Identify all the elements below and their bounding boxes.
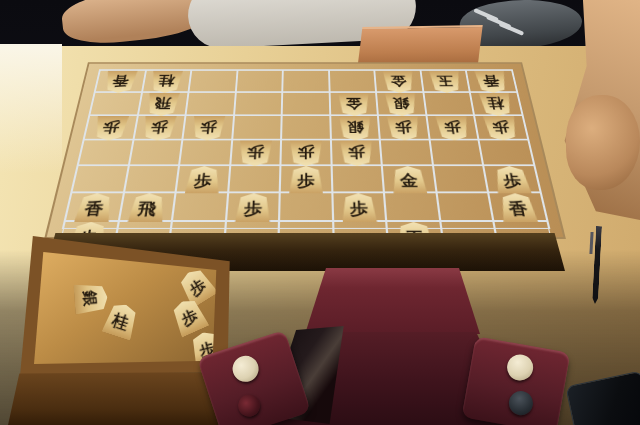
shogi-piece: 銀 <box>385 93 418 116</box>
shogi-piece: 金 <box>383 71 415 93</box>
shogi-piece: 歩 <box>341 193 377 222</box>
shogi-piece: 歩 <box>435 116 470 140</box>
sunlight-patch <box>0 44 62 174</box>
shogi-piece: 香 <box>103 71 138 93</box>
shogi-piece: 歩 <box>289 166 323 193</box>
captured-piece: 桂 <box>102 300 141 341</box>
board-square: 歩 <box>331 140 382 166</box>
shogi-piece: 香 <box>498 193 538 222</box>
board-square: 歩 <box>426 115 479 139</box>
board-square <box>78 140 133 166</box>
board-square <box>329 70 377 92</box>
board-square: 歩 <box>182 115 233 139</box>
board-square <box>282 70 329 92</box>
shogi-piece: 歩 <box>483 116 520 140</box>
board-square: 飛 <box>118 192 175 221</box>
komadai-tray-floor: 歩歩歩桂銀 <box>34 252 220 364</box>
board-square: 玉 <box>420 70 470 92</box>
board-square <box>236 70 283 92</box>
board-square: 香 <box>466 70 517 92</box>
shogi-piece: 玉 <box>429 71 462 93</box>
board-square: 飛 <box>137 92 188 115</box>
board-square: 歩 <box>84 115 138 139</box>
shogi-piece: 桂 <box>479 93 515 116</box>
shogi-board: 香桂金玉香飛金銀桂歩歩歩銀歩歩歩歩歩歩歩歩金歩香飛歩歩香歩玉 <box>70 40 540 245</box>
board-square: 香 <box>65 192 124 221</box>
board-square <box>429 140 483 166</box>
shogi-piece: 歩 <box>493 166 532 193</box>
clock-right-button-pod <box>462 336 571 425</box>
shogi-piece: 歩 <box>387 116 421 140</box>
board-square: 桂 <box>470 92 522 115</box>
shogi-piece: 歩 <box>191 116 225 140</box>
shogi-photo-scene: 香桂金玉香飛金銀桂歩歩歩銀歩歩歩歩歩歩歩歩金歩香飛歩歩香歩玉 歩歩歩桂銀 <box>0 0 640 425</box>
captured-piece: 銀 <box>73 282 108 314</box>
board-square: 銀 <box>376 92 426 115</box>
clock-plunger-dark-icon <box>235 392 263 420</box>
board-square <box>128 140 182 166</box>
board-square: 香 <box>489 192 548 221</box>
board-square: 香 <box>95 70 146 92</box>
shogi-piece: 金 <box>391 166 427 193</box>
board-square: 歩 <box>230 140 281 166</box>
board-square <box>436 192 493 221</box>
board-square <box>124 165 180 192</box>
clock-plunger-light-icon <box>229 352 262 385</box>
board-square: 桂 <box>142 70 192 92</box>
board-square <box>384 192 440 221</box>
board-square <box>89 92 141 115</box>
shoelace <box>499 22 524 36</box>
board-square: 歩 <box>133 115 186 139</box>
shogi-piece: 歩 <box>239 140 273 166</box>
board-square: 金 <box>329 92 378 115</box>
board-square: 歩 <box>474 115 528 139</box>
shogi-piece: 銀 <box>339 116 372 140</box>
board-square <box>189 70 238 92</box>
board-square <box>228 165 281 192</box>
board-square <box>234 92 283 115</box>
shogi-piece: 桂 <box>150 71 183 93</box>
board-square: 金 <box>375 70 424 92</box>
board-square <box>71 165 128 192</box>
board-square <box>179 140 232 166</box>
shogi-piece: 飛 <box>128 193 167 222</box>
board-square <box>479 140 534 166</box>
board-surface: 香桂金玉香飛金銀桂歩歩歩銀歩歩歩歩歩歩歩歩金歩香飛歩歩香歩玉 <box>47 64 564 237</box>
board-square <box>232 115 282 139</box>
clock-plunger-light-icon <box>505 352 535 382</box>
board-square <box>423 92 474 115</box>
board-square: 歩 <box>280 165 332 192</box>
board-square <box>281 115 330 139</box>
board-square: 歩 <box>484 165 541 192</box>
shogi-piece: 歩 <box>92 116 129 140</box>
shogi-piece: 歩 <box>339 140 373 166</box>
board-square: 銀 <box>330 115 380 139</box>
board-square: 歩 <box>281 140 332 166</box>
shogi-piece: 香 <box>74 193 114 222</box>
board-square: 歩 <box>378 115 429 139</box>
shogi-piece: 歩 <box>185 166 221 193</box>
shogi-piece: 歩 <box>290 140 323 166</box>
clock-plunger-dark-icon <box>507 389 535 417</box>
board-square: 歩 <box>226 192 280 221</box>
shogi-piece: 歩 <box>142 116 177 140</box>
board-square: 金 <box>382 165 436 192</box>
board-square <box>279 192 333 221</box>
board-square: 歩 <box>332 192 386 221</box>
board-square <box>172 192 228 221</box>
board-square: 歩 <box>176 165 230 192</box>
board-square <box>331 165 384 192</box>
board-grid: 香桂金玉香飛金銀桂歩歩歩銀歩歩歩歩歩歩歩歩金歩香飛歩歩香歩玉 <box>62 69 551 229</box>
shogi-piece: 歩 <box>235 193 271 222</box>
shogi-piece: 金 <box>338 93 370 116</box>
shogi-piece: 香 <box>474 71 509 93</box>
game-clock-top <box>305 268 480 334</box>
board-square <box>380 140 433 166</box>
board-square <box>433 165 489 192</box>
komadai-tray-front <box>8 372 234 425</box>
board-square <box>186 92 236 115</box>
board-square <box>282 92 330 115</box>
shogi-piece: 飛 <box>146 93 180 116</box>
